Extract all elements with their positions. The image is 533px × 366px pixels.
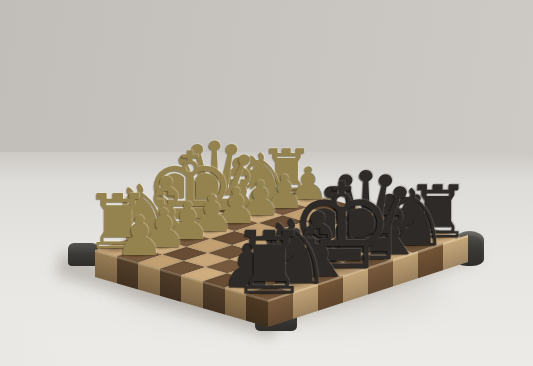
pieces-layer: ♜♟♞♟♝♟♛♟♚♟♟♝♜♟♟♞♞♟♟♜♝♟♟♛♟♚♟♝♟♞♟♜ bbox=[0, 0, 533, 366]
piece-black-rook-h8[interactable]: ♜ bbox=[231, 219, 308, 305]
piece-white-pawn-h2[interactable]: ♟ bbox=[115, 209, 164, 264]
chessboard-photo: ♜♟♞♟♝♟♛♟♚♟♟♝♜♟♟♞♞♟♟♜♝♟♟♛♟♚♟♝♟♞♟♜ bbox=[0, 0, 533, 366]
